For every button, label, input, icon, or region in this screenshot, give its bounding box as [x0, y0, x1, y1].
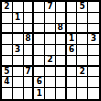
- given-digit: 2: [4, 3, 10, 11]
- cell-r6c7[interactable]: [67, 56, 78, 67]
- cell-r4c9: 3: [88, 34, 99, 45]
- cell-r2c2: 1: [13, 13, 24, 24]
- cell-r7c1: 5: [2, 67, 13, 78]
- cell-r7c5[interactable]: [45, 67, 56, 78]
- cell-r8c5[interactable]: [45, 77, 56, 88]
- given-digit: 6: [36, 78, 42, 86]
- cell-r1c4[interactable]: [34, 2, 45, 13]
- cell-r4c8[interactable]: [77, 34, 88, 45]
- cell-r6c1[interactable]: [2, 56, 13, 67]
- cell-r8c9[interactable]: [88, 77, 99, 88]
- cell-r4c5[interactable]: [45, 34, 56, 45]
- cell-r5c1[interactable]: [2, 45, 13, 56]
- cell-r9c9[interactable]: [88, 88, 99, 99]
- given-digit: 2: [47, 56, 53, 64]
- cell-r7c3: 7: [24, 67, 35, 78]
- cell-r4c3: 8: [24, 34, 35, 45]
- given-digit: 3: [91, 35, 97, 43]
- cell-r6c6[interactable]: [56, 56, 67, 67]
- given-digit: 4: [4, 78, 10, 86]
- cell-r8c4: 6: [34, 77, 45, 88]
- cell-r2c9[interactable]: [88, 13, 99, 24]
- cell-r8c8[interactable]: [77, 77, 88, 88]
- given-digit: 7: [47, 3, 53, 11]
- cell-r6c2[interactable]: [13, 56, 24, 67]
- cell-r9c4: 1: [34, 88, 45, 99]
- cell-r2c5[interactable]: [45, 13, 56, 24]
- cell-r9c3[interactable]: [24, 88, 35, 99]
- cell-r5c8[interactable]: [77, 45, 88, 56]
- cell-r1c2[interactable]: [13, 2, 24, 13]
- cell-r7c8: 2: [77, 67, 88, 78]
- cell-r5c2: 3: [13, 45, 24, 56]
- cell-r8c1: 4: [2, 77, 13, 88]
- cell-r9c2[interactable]: [13, 88, 24, 99]
- given-digit: 6: [69, 46, 75, 54]
- cell-r9c6[interactable]: [56, 88, 67, 99]
- cell-r7c2[interactable]: [13, 67, 24, 78]
- cell-r3c5[interactable]: [45, 24, 56, 35]
- cell-r5c3[interactable]: [24, 45, 35, 56]
- given-digit: 3: [15, 46, 21, 54]
- cell-r2c7[interactable]: [67, 13, 78, 24]
- cell-r1c3[interactable]: [24, 2, 35, 13]
- cell-r8c7[interactable]: [67, 77, 78, 88]
- given-digit: 5: [80, 3, 86, 11]
- cell-r3c6: 8: [56, 24, 67, 35]
- cell-r4c2[interactable]: [13, 34, 24, 45]
- given-digit: 5: [4, 68, 10, 76]
- sudoku-board: 27518813362572461: [0, 0, 101, 101]
- given-digit: 8: [57, 24, 63, 32]
- given-digit: 1: [15, 14, 21, 22]
- cell-r9c7[interactable]: [67, 88, 78, 99]
- given-digit: 8: [25, 35, 31, 43]
- cell-r2c8[interactable]: [77, 13, 88, 24]
- given-digit: 1: [69, 35, 75, 43]
- cell-r1c8: 5: [77, 2, 88, 13]
- cell-r2c3[interactable]: [24, 13, 35, 24]
- given-digit: 1: [36, 90, 42, 98]
- cell-r2c4[interactable]: [34, 13, 45, 24]
- cell-r6c9[interactable]: [88, 56, 99, 67]
- cell-r7c9[interactable]: [88, 67, 99, 78]
- cell-r5c6[interactable]: [56, 45, 67, 56]
- cell-r4c6[interactable]: [56, 34, 67, 45]
- cell-r1c6[interactable]: [56, 2, 67, 13]
- given-digit: 7: [25, 68, 31, 76]
- cell-r9c8[interactable]: [77, 88, 88, 99]
- cell-r9c1[interactable]: [2, 88, 13, 99]
- cell-r3c3[interactable]: [24, 24, 35, 35]
- given-digit: 2: [80, 68, 86, 76]
- cell-r1c1: 2: [2, 2, 13, 13]
- cell-r2c6[interactable]: [56, 13, 67, 24]
- cell-r8c6[interactable]: [56, 77, 67, 88]
- cell-r1c9[interactable]: [88, 2, 99, 13]
- cell-r4c7: 1: [67, 34, 78, 45]
- cell-r4c1[interactable]: [2, 34, 13, 45]
- cell-r6c4[interactable]: [34, 56, 45, 67]
- cell-r6c3[interactable]: [24, 56, 35, 67]
- cell-r7c4[interactable]: [34, 67, 45, 78]
- cell-r1c7[interactable]: [67, 2, 78, 13]
- cell-r1c5: 7: [45, 2, 56, 13]
- cell-r5c5[interactable]: [45, 45, 56, 56]
- cell-r5c9[interactable]: [88, 45, 99, 56]
- cell-r9c5[interactable]: [45, 88, 56, 99]
- cell-r3c2[interactable]: [13, 24, 24, 35]
- cell-r7c7[interactable]: [67, 67, 78, 78]
- cell-r8c3[interactable]: [24, 77, 35, 88]
- cell-r7c6[interactable]: [56, 67, 67, 78]
- cell-r5c7: 6: [67, 45, 78, 56]
- cell-r3c1[interactable]: [2, 24, 13, 35]
- cell-r2c1[interactable]: [2, 13, 13, 24]
- cell-r8c2[interactable]: [13, 77, 24, 88]
- cell-r4c4[interactable]: [34, 34, 45, 45]
- cell-r3c4[interactable]: [34, 24, 45, 35]
- cell-r6c5: 2: [45, 56, 56, 67]
- cell-r6c8[interactable]: [77, 56, 88, 67]
- cell-r3c9[interactable]: [88, 24, 99, 35]
- cell-r3c8[interactable]: [77, 24, 88, 35]
- cell-r3c7[interactable]: [67, 24, 78, 35]
- cell-r5c4[interactable]: [34, 45, 45, 56]
